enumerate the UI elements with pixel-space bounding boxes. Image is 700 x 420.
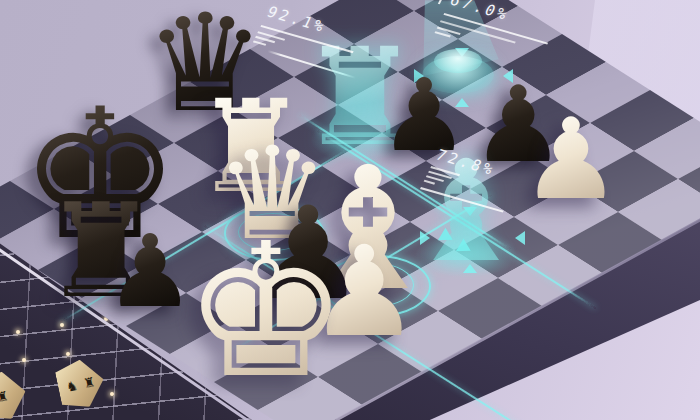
light-bead — [16, 330, 20, 334]
scene: ♞ ♜ ♜ ♜♝♛♟♟♜♟♚♛ — [0, 0, 700, 420]
light-bead — [110, 392, 114, 396]
plaque-glyphs: ♞ ♜ — [65, 373, 98, 394]
light-bead — [60, 323, 64, 327]
light-bead — [66, 352, 70, 356]
plaque-glyphs: ♜ — [0, 387, 11, 404]
light-bead — [22, 358, 26, 362]
